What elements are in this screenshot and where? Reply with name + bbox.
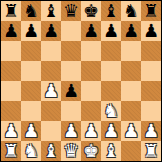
piece-white-rook[interactable]: ♜: [3, 141, 19, 161]
piece-black-pawn[interactable]: ♟: [143, 21, 159, 41]
piece-black-rook[interactable]: ♜: [3, 1, 19, 21]
square-e7[interactable]: ♟: [81, 21, 101, 41]
piece-white-pawn[interactable]: ♟: [23, 121, 39, 141]
piece-black-bishop[interactable]: ♝: [103, 1, 119, 21]
square-h5[interactable]: [141, 61, 161, 81]
square-f3[interactable]: ♞: [101, 101, 121, 121]
square-f7[interactable]: ♟: [101, 21, 121, 41]
square-d1[interactable]: ♛: [61, 141, 81, 161]
square-c2[interactable]: [41, 121, 61, 141]
piece-black-pawn[interactable]: ♟: [23, 21, 39, 41]
piece-black-pawn[interactable]: ♟: [3, 21, 19, 41]
piece-black-pawn[interactable]: ♟: [123, 21, 139, 41]
square-a4[interactable]: [1, 81, 21, 101]
square-g7[interactable]: ♟: [121, 21, 141, 41]
square-d3[interactable]: [61, 101, 81, 121]
square-c3[interactable]: [41, 101, 61, 121]
square-g1[interactable]: [121, 141, 141, 161]
piece-black-knight[interactable]: ♞: [123, 1, 139, 21]
piece-black-pawn[interactable]: ♟: [83, 21, 99, 41]
square-h8[interactable]: ♜: [141, 1, 161, 21]
square-a8[interactable]: ♜: [1, 1, 21, 21]
square-h1[interactable]: ♜: [141, 141, 161, 161]
square-a2[interactable]: ♟: [1, 121, 21, 141]
square-d7[interactable]: [61, 21, 81, 41]
piece-black-pawn[interactable]: ♟: [103, 21, 119, 41]
square-h6[interactable]: [141, 41, 161, 61]
square-a7[interactable]: ♟: [1, 21, 21, 41]
piece-white-pawn[interactable]: ♟: [103, 121, 119, 141]
square-h3[interactable]: [141, 101, 161, 121]
square-c7[interactable]: ♟: [41, 21, 61, 41]
piece-white-pawn[interactable]: ♟: [123, 121, 139, 141]
square-b3[interactable]: [21, 101, 41, 121]
square-e3[interactable]: [81, 101, 101, 121]
square-e2[interactable]: ♟: [81, 121, 101, 141]
piece-white-knight[interactable]: ♞: [23, 141, 39, 161]
piece-white-bishop[interactable]: ♝: [43, 141, 59, 161]
square-b8[interactable]: ♞: [21, 1, 41, 21]
square-c8[interactable]: ♝: [41, 1, 61, 21]
square-b7[interactable]: ♟: [21, 21, 41, 41]
piece-black-queen[interactable]: ♛: [63, 1, 79, 21]
square-g5[interactable]: [121, 61, 141, 81]
piece-black-pawn[interactable]: ♟: [63, 81, 79, 101]
piece-black-bishop[interactable]: ♝: [43, 1, 59, 21]
square-d5[interactable]: [61, 61, 81, 81]
piece-white-pawn[interactable]: ♟: [3, 121, 19, 141]
square-b4[interactable]: [21, 81, 41, 101]
piece-white-pawn[interactable]: ♟: [143, 121, 159, 141]
square-e4[interactable]: [81, 81, 101, 101]
piece-white-bishop[interactable]: ♝: [103, 141, 119, 161]
square-b2[interactable]: ♟: [21, 121, 41, 141]
square-f5[interactable]: [101, 61, 121, 81]
piece-black-knight[interactable]: ♞: [23, 1, 39, 21]
square-g4[interactable]: [121, 81, 141, 101]
square-f8[interactable]: ♝: [101, 1, 121, 21]
square-f6[interactable]: [101, 41, 121, 61]
square-d2[interactable]: ♟: [61, 121, 81, 141]
square-e5[interactable]: [81, 61, 101, 81]
square-e6[interactable]: [81, 41, 101, 61]
piece-white-knight[interactable]: ♞: [103, 101, 119, 121]
square-a1[interactable]: ♜: [1, 141, 21, 161]
square-e8[interactable]: ♚: [81, 1, 101, 21]
piece-white-pawn[interactable]: ♟: [83, 121, 99, 141]
piece-black-rook[interactable]: ♜: [143, 1, 159, 21]
piece-white-pawn[interactable]: ♟: [43, 81, 59, 101]
square-f4[interactable]: [101, 81, 121, 101]
square-d6[interactable]: [61, 41, 81, 61]
square-d8[interactable]: ♛: [61, 1, 81, 21]
piece-black-pawn[interactable]: ♟: [43, 21, 59, 41]
square-e1[interactable]: ♚: [81, 141, 101, 161]
piece-black-king[interactable]: ♚: [83, 1, 99, 21]
square-h4[interactable]: [141, 81, 161, 101]
square-c5[interactable]: [41, 61, 61, 81]
square-c4[interactable]: ♟: [41, 81, 61, 101]
square-g6[interactable]: [121, 41, 141, 61]
square-a5[interactable]: [1, 61, 21, 81]
square-g8[interactable]: ♞: [121, 1, 141, 21]
piece-white-queen[interactable]: ♛: [63, 141, 79, 161]
square-g3[interactable]: [121, 101, 141, 121]
square-g2[interactable]: ♟: [121, 121, 141, 141]
square-h2[interactable]: ♟: [141, 121, 161, 141]
chess-board[interactable]: ♜♞♝♛♚♝♞♜♟♟♟♟♟♟♟♟♟♞♟♟♟♟♟♟♟♜♞♝♛♚♝♜: [1, 1, 161, 161]
square-d4[interactable]: ♟: [61, 81, 81, 101]
square-c1[interactable]: ♝: [41, 141, 61, 161]
square-b1[interactable]: ♞: [21, 141, 41, 161]
piece-white-king[interactable]: ♚: [83, 141, 99, 161]
piece-white-pawn[interactable]: ♟: [63, 121, 79, 141]
square-a6[interactable]: [1, 41, 21, 61]
square-h7[interactable]: ♟: [141, 21, 161, 41]
square-f2[interactable]: ♟: [101, 121, 121, 141]
square-c6[interactable]: [41, 41, 61, 61]
square-f1[interactable]: ♝: [101, 141, 121, 161]
square-b6[interactable]: [21, 41, 41, 61]
piece-white-rook[interactable]: ♜: [143, 141, 159, 161]
square-b5[interactable]: [21, 61, 41, 81]
chess-board-frame: ♜♞♝♛♚♝♞♜♟♟♟♟♟♟♟♟♟♞♟♟♟♟♟♟♟♜♞♝♛♚♝♜: [0, 0, 162, 162]
square-a3[interactable]: [1, 101, 21, 121]
